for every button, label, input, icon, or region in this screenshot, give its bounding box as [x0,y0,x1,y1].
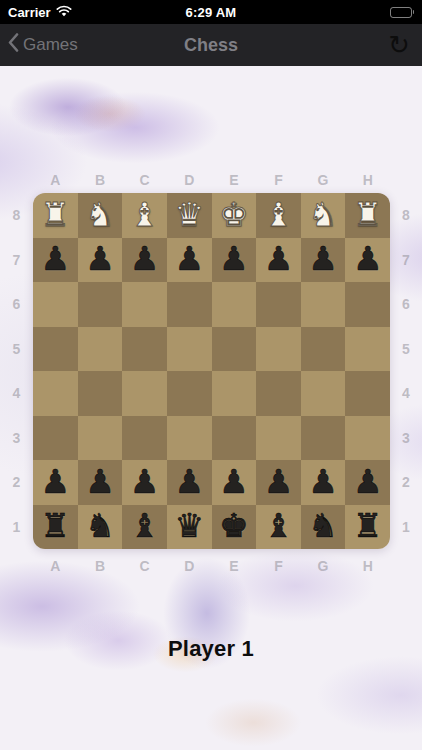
square-b2[interactable]: ♟ [78,460,123,505]
square-e4[interactable] [212,371,257,416]
square-c6[interactable] [122,282,167,327]
rank-label-right-3: 3 [390,416,422,461]
square-e2[interactable]: ♟ [212,460,257,505]
file-labels-top: ABCDEFGH [33,172,390,188]
white-bishop[interactable]: ♝ [264,198,294,231]
black-pawn[interactable]: ♟ [174,242,204,275]
back-button-games[interactable]: Games [8,33,78,57]
square-d7[interactable]: ♟ [167,238,212,283]
black-pawn[interactable]: ♟ [308,242,338,275]
black-pawn[interactable]: ♟ [353,242,383,275]
file-label-bottom-c: C [122,558,167,574]
file-label-top-b: B [78,172,123,188]
square-a5[interactable] [33,327,78,372]
square-g3[interactable] [301,416,346,461]
square-e7[interactable]: ♟ [212,238,257,283]
file-label-top-f: F [256,172,301,188]
square-b7[interactable]: ♟ [78,238,123,283]
square-f6[interactable] [256,282,301,327]
square-e3[interactable] [212,416,257,461]
square-c8[interactable]: ♝ [122,193,167,238]
battery-icon [390,7,415,18]
square-f8[interactable]: ♝ [256,193,301,238]
square-d6[interactable] [167,282,212,327]
square-g7[interactable]: ♟ [301,238,346,283]
square-a7[interactable]: ♟ [33,238,78,283]
black-bishop[interactable]: ♝ [130,509,160,542]
file-label-top-a: A [33,172,78,188]
player-turn-label: Player 1 [0,636,422,662]
status-bar: Carrier 6:29 AM [0,0,422,24]
square-b5[interactable] [78,327,123,372]
square-d5[interactable] [167,327,212,372]
black-pawn[interactable]: ♟ [219,242,249,275]
black-pawn[interactable]: ♟ [130,465,160,498]
square-a8[interactable]: ♜ [33,193,78,238]
square-a6[interactable] [33,282,78,327]
square-g2[interactable]: ♟ [301,460,346,505]
rank-label-left-1: 1 [0,505,33,550]
black-pawn[interactable]: ♟ [264,242,294,275]
square-d3[interactable] [167,416,212,461]
square-h3[interactable] [345,416,390,461]
square-c1[interactable]: ♝ [122,505,167,550]
file-label-top-d: D [167,172,212,188]
square-f5[interactable] [256,327,301,372]
black-pawn[interactable]: ♟ [130,242,160,275]
rank-label-right-7: 7 [390,238,422,283]
chess-board[interactable]: ♜♞♝♛♚♝♞♜♟♟♟♟♟♟♟♟♟♟♟♟♟♟♟♟♜♞♝♛♚♝♞♜ [33,193,390,549]
file-label-bottom-e: E [212,558,257,574]
rank-label-right-2: 2 [390,460,422,505]
clock: 6:29 AM [0,5,422,20]
black-queen[interactable]: ♛ [174,509,204,542]
square-e1[interactable]: ♚ [212,505,257,550]
square-c3[interactable] [122,416,167,461]
white-king[interactable]: ♚ [219,198,249,231]
square-h4[interactable] [345,371,390,416]
black-knight[interactable]: ♞ [308,509,338,542]
file-label-top-h: H [345,172,390,188]
square-a2[interactable]: ♟ [33,460,78,505]
square-h1[interactable]: ♜ [345,505,390,550]
rank-label-right-4: 4 [390,371,422,416]
rank-label-left-7: 7 [0,238,33,283]
square-h7[interactable]: ♟ [345,238,390,283]
refresh-icon: ↻ [388,32,410,58]
app-window: Carrier 6:29 AM Games C [0,0,422,750]
square-f3[interactable] [256,416,301,461]
square-d2[interactable]: ♟ [167,460,212,505]
rank-label-right-1: 1 [390,505,422,550]
square-f1[interactable]: ♝ [256,505,301,550]
black-king[interactable]: ♚ [219,509,249,542]
chevron-left-icon [8,33,19,57]
rank-label-left-4: 4 [0,371,33,416]
square-g6[interactable] [301,282,346,327]
rank-label-left-3: 3 [0,416,33,461]
navigation-bar: Games Chess ↻ [0,24,422,66]
black-pawn[interactable]: ♟ [353,465,383,498]
square-h8[interactable]: ♜ [345,193,390,238]
white-knight[interactable]: ♞ [85,198,115,231]
white-queen[interactable]: ♛ [174,198,204,231]
rank-label-left-8: 8 [0,193,33,238]
rank-label-right-5: 5 [390,327,422,372]
file-labels-bottom: ABCDEFGH [33,558,390,574]
square-d8[interactable]: ♛ [167,193,212,238]
square-c2[interactable]: ♟ [122,460,167,505]
square-g1[interactable]: ♞ [301,505,346,550]
square-f7[interactable]: ♟ [256,238,301,283]
file-label-bottom-h: H [345,558,390,574]
marble-background: ABCDEFGH 87654321 ♜♞♝♛♚♝♞♜♟♟♟♟♟♟♟♟♟♟♟♟♟♟… [0,66,422,750]
file-label-top-e: E [212,172,257,188]
file-label-bottom-f: F [256,558,301,574]
square-g5[interactable] [301,327,346,372]
square-f4[interactable] [256,371,301,416]
square-f2[interactable]: ♟ [256,460,301,505]
white-bishop[interactable]: ♝ [130,198,160,231]
black-pawn[interactable]: ♟ [85,242,115,275]
black-rook[interactable]: ♜ [353,509,383,542]
file-label-top-g: G [301,172,346,188]
file-label-top-c: C [122,172,167,188]
square-h2[interactable]: ♟ [345,460,390,505]
file-label-bottom-g: G [301,558,346,574]
black-pawn[interactable]: ♟ [264,465,294,498]
file-label-bottom-a: A [33,558,78,574]
square-d1[interactable]: ♛ [167,505,212,550]
square-b3[interactable] [78,416,123,461]
black-pawn[interactable]: ♟ [219,465,249,498]
square-b8[interactable]: ♞ [78,193,123,238]
rank-label-right-8: 8 [390,193,422,238]
rank-label-right-6: 6 [390,282,422,327]
black-pawn[interactable]: ♟ [85,465,115,498]
square-b4[interactable] [78,371,123,416]
square-e6[interactable] [212,282,257,327]
white-rook[interactable]: ♜ [353,198,383,231]
square-e5[interactable] [212,327,257,372]
square-c4[interactable] [122,371,167,416]
square-d4[interactable] [167,371,212,416]
black-pawn[interactable]: ♟ [308,465,338,498]
white-knight[interactable]: ♞ [308,198,338,231]
square-c5[interactable] [122,327,167,372]
square-g4[interactable] [301,371,346,416]
white-rook[interactable]: ♜ [41,198,71,231]
black-rook[interactable]: ♜ [41,509,71,542]
square-b6[interactable] [78,282,123,327]
rank-labels-right: 87654321 [390,193,422,549]
square-g8[interactable]: ♞ [301,193,346,238]
black-pawn[interactable]: ♟ [41,242,71,275]
file-label-bottom-b: B [78,558,123,574]
rank-label-left-2: 2 [0,460,33,505]
file-label-bottom-d: D [167,558,212,574]
square-h6[interactable] [345,282,390,327]
black-pawn[interactable]: ♟ [41,465,71,498]
square-c7[interactable]: ♟ [122,238,167,283]
black-bishop[interactable]: ♝ [264,509,294,542]
black-pawn[interactable]: ♟ [174,465,204,498]
square-a4[interactable] [33,371,78,416]
black-knight[interactable]: ♞ [85,509,115,542]
square-a3[interactable] [33,416,78,461]
rank-label-left-5: 5 [0,327,33,372]
square-e8[interactable]: ♚ [212,193,257,238]
refresh-button[interactable]: ↻ [388,24,410,66]
rank-labels-left: 87654321 [0,193,33,549]
rank-label-left-6: 6 [0,282,33,327]
back-button-label: Games [23,35,78,55]
square-h5[interactable] [345,327,390,372]
square-b1[interactable]: ♞ [78,505,123,550]
square-a1[interactable]: ♜ [33,505,78,550]
